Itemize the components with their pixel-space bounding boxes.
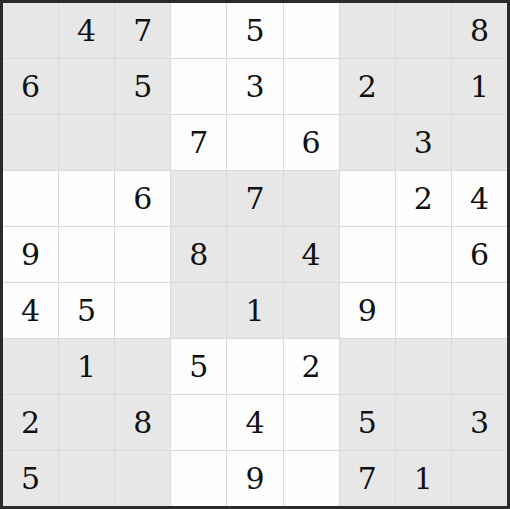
cell-r4c6[interactable]	[284, 171, 339, 226]
cell-r2c2[interactable]	[59, 59, 114, 114]
cell-r7c7[interactable]	[340, 339, 395, 394]
cell-r1c5[interactable]: 5	[227, 3, 282, 58]
cell-r8c1[interactable]: 2	[3, 395, 58, 450]
cell-r9c1[interactable]: 5	[3, 451, 58, 506]
cell-r2c9[interactable]: 1	[452, 59, 507, 114]
cell-r7c8[interactable]	[396, 339, 451, 394]
cell-r5c7[interactable]	[340, 227, 395, 282]
cell-r8c6[interactable]	[284, 395, 339, 450]
sudoku-board: 475865321763672498464519152284535971	[0, 0, 510, 509]
cell-r3c5[interactable]	[227, 115, 282, 170]
cell-r7c2[interactable]: 1	[59, 339, 114, 394]
cell-r1c7[interactable]	[340, 3, 395, 58]
cell-r6c5[interactable]: 1	[227, 283, 282, 338]
cell-r5c3[interactable]	[115, 227, 170, 282]
cell-r5c9[interactable]: 6	[452, 227, 507, 282]
cell-r9c8[interactable]: 1	[396, 451, 451, 506]
cell-r4c1[interactable]	[3, 171, 58, 226]
cell-r3c3[interactable]	[115, 115, 170, 170]
cell-r9c9[interactable]	[452, 451, 507, 506]
cell-r5c1[interactable]: 9	[3, 227, 58, 282]
cell-r6c8[interactable]	[396, 283, 451, 338]
cell-r9c7[interactable]: 7	[340, 451, 395, 506]
cell-r1c4[interactable]	[171, 3, 226, 58]
cell-r9c6[interactable]	[284, 451, 339, 506]
cell-r8c9[interactable]: 3	[452, 395, 507, 450]
cell-r4c5[interactable]: 7	[227, 171, 282, 226]
cell-r2c8[interactable]	[396, 59, 451, 114]
cell-r5c2[interactable]	[59, 227, 114, 282]
cell-r6c6[interactable]	[284, 283, 339, 338]
cell-r7c4[interactable]: 5	[171, 339, 226, 394]
cell-r9c2[interactable]	[59, 451, 114, 506]
cell-r7c9[interactable]	[452, 339, 507, 394]
cell-r6c2[interactable]: 5	[59, 283, 114, 338]
cell-r7c6[interactable]: 2	[284, 339, 339, 394]
cell-r6c9[interactable]	[452, 283, 507, 338]
cell-r2c5[interactable]: 3	[227, 59, 282, 114]
cell-r2c4[interactable]	[171, 59, 226, 114]
cell-r5c4[interactable]: 8	[171, 227, 226, 282]
cell-r8c4[interactable]	[171, 395, 226, 450]
cell-r9c3[interactable]	[115, 451, 170, 506]
cell-r5c6[interactable]: 4	[284, 227, 339, 282]
cell-r8c7[interactable]: 5	[340, 395, 395, 450]
cell-r8c5[interactable]: 4	[227, 395, 282, 450]
cell-r1c9[interactable]: 8	[452, 3, 507, 58]
cell-r3c9[interactable]	[452, 115, 507, 170]
cell-r2c1[interactable]: 6	[3, 59, 58, 114]
cell-r4c9[interactable]: 4	[452, 171, 507, 226]
cell-r9c5[interactable]: 9	[227, 451, 282, 506]
cell-r3c2[interactable]	[59, 115, 114, 170]
cell-r1c1[interactable]	[3, 3, 58, 58]
cell-r2c6[interactable]	[284, 59, 339, 114]
cell-r2c3[interactable]: 5	[115, 59, 170, 114]
cell-r4c3[interactable]: 6	[115, 171, 170, 226]
cell-r8c8[interactable]	[396, 395, 451, 450]
cell-r3c1[interactable]	[3, 115, 58, 170]
cell-r6c3[interactable]	[115, 283, 170, 338]
cell-r4c7[interactable]	[340, 171, 395, 226]
cell-r7c5[interactable]	[227, 339, 282, 394]
cell-r3c7[interactable]	[340, 115, 395, 170]
cell-r3c8[interactable]: 3	[396, 115, 451, 170]
cell-r7c3[interactable]	[115, 339, 170, 394]
cell-r4c4[interactable]	[171, 171, 226, 226]
cell-r6c1[interactable]: 4	[3, 283, 58, 338]
cell-r5c5[interactable]	[227, 227, 282, 282]
cell-r1c8[interactable]	[396, 3, 451, 58]
cell-r3c6[interactable]: 6	[284, 115, 339, 170]
cell-r6c7[interactable]: 9	[340, 283, 395, 338]
cell-r7c1[interactable]	[3, 339, 58, 394]
cell-r1c3[interactable]: 7	[115, 3, 170, 58]
cell-r8c3[interactable]: 8	[115, 395, 170, 450]
cell-r6c4[interactable]	[171, 283, 226, 338]
cell-r5c8[interactable]	[396, 227, 451, 282]
cell-r1c6[interactable]	[284, 3, 339, 58]
cell-r3c4[interactable]: 7	[171, 115, 226, 170]
cell-r4c2[interactable]	[59, 171, 114, 226]
cell-r4c8[interactable]: 2	[396, 171, 451, 226]
cell-r9c4[interactable]	[171, 451, 226, 506]
cell-r2c7[interactable]: 2	[340, 59, 395, 114]
cell-r8c2[interactable]	[59, 395, 114, 450]
cell-r1c2[interactable]: 4	[59, 3, 114, 58]
